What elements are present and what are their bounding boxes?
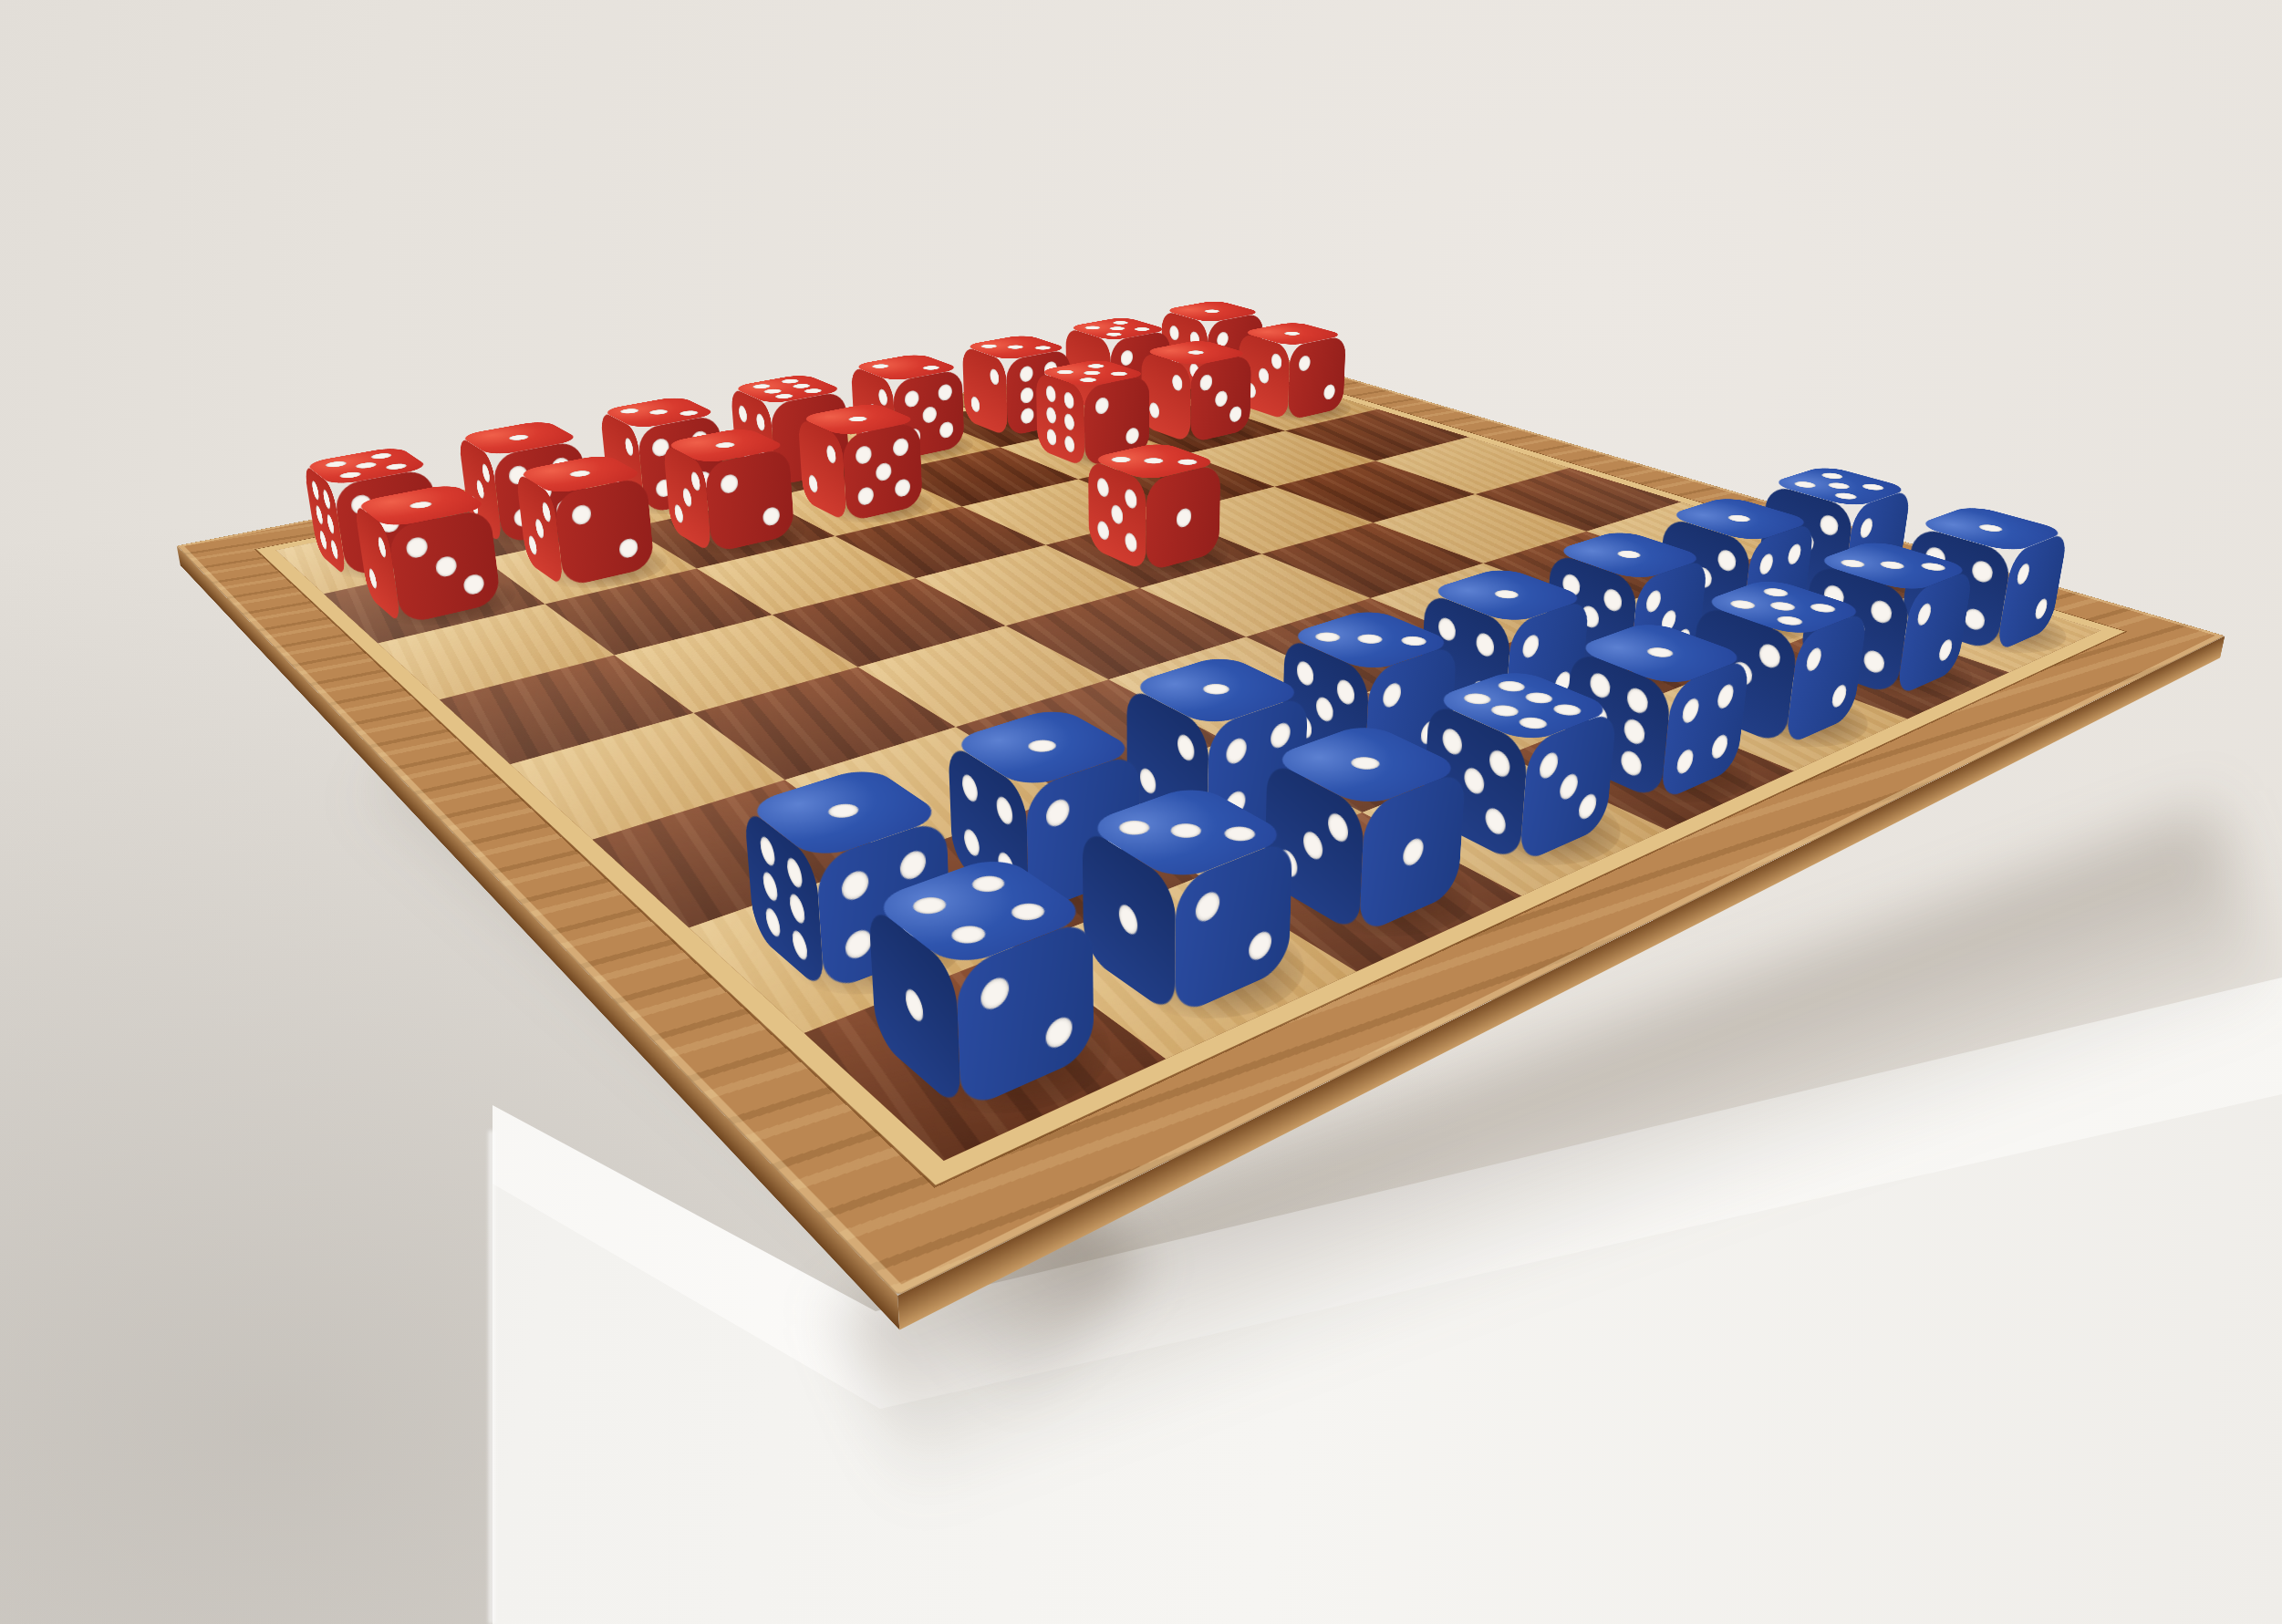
pip [1382, 681, 1401, 710]
pip [1353, 633, 1387, 646]
pip [1298, 355, 1310, 372]
pip [1970, 559, 1994, 585]
pip [377, 535, 387, 560]
pip [1806, 602, 1841, 614]
pip [904, 389, 918, 408]
pip [1824, 481, 1853, 490]
pip [1758, 641, 1780, 670]
pip [1916, 562, 1949, 573]
pip [1125, 427, 1138, 445]
pip [1053, 369, 1076, 375]
die-face-front [553, 476, 654, 587]
die-red-b7[interactable] [525, 542, 654, 588]
pip [963, 825, 980, 860]
pip [353, 461, 379, 470]
pip [1214, 389, 1227, 408]
pip [1314, 695, 1332, 725]
pip [1327, 810, 1348, 846]
pip [1046, 406, 1056, 425]
pip [1172, 374, 1182, 393]
pip [1270, 720, 1290, 751]
pip [875, 461, 891, 481]
pip [1044, 1013, 1071, 1052]
pip [1296, 658, 1313, 688]
pip [1484, 804, 1506, 838]
pip [571, 503, 592, 526]
pip [1032, 346, 1053, 351]
pip [1520, 690, 1557, 706]
pip [1097, 519, 1109, 542]
pip [1558, 771, 1578, 802]
pip [1345, 755, 1385, 772]
pip [1113, 818, 1155, 838]
pip [1005, 900, 1051, 924]
pip [995, 793, 1011, 829]
pip [405, 535, 429, 559]
pip [1020, 386, 1033, 404]
pip [1836, 558, 1868, 569]
pip [1603, 586, 1622, 614]
photo-of-dice-chess-installation: { "scene": { "description": "Gallery pho… [0, 0, 2282, 1624]
pip [1589, 669, 1611, 700]
pip [1976, 523, 2007, 533]
pip [2033, 596, 2048, 621]
pip [1862, 647, 1884, 675]
pip [1859, 517, 1873, 540]
pip [315, 503, 324, 526]
pip [1548, 702, 1586, 718]
pip [1108, 371, 1131, 377]
pip [673, 502, 683, 524]
pip [506, 434, 531, 441]
pip [1644, 588, 1661, 614]
pip [1675, 746, 1694, 775]
pip [1486, 703, 1524, 719]
pip [368, 566, 377, 591]
pip [677, 409, 700, 416]
pip [1096, 476, 1108, 499]
pip [1493, 679, 1530, 694]
pip [681, 487, 691, 510]
pip [1248, 927, 1271, 963]
die-red-c7[interactable] [670, 512, 794, 553]
pip [475, 479, 484, 501]
pip [808, 473, 818, 494]
pip [1937, 637, 1953, 663]
pip [1323, 383, 1335, 400]
pip [624, 437, 633, 458]
pip [1185, 350, 1207, 356]
pip [1459, 691, 1497, 707]
pip [323, 460, 348, 469]
pip [1004, 345, 1026, 350]
pip [738, 404, 747, 424]
pip [1805, 646, 1822, 674]
pip [322, 487, 331, 511]
pip [1169, 325, 1178, 342]
pip [1063, 412, 1074, 431]
pip [1620, 748, 1642, 779]
pedestal-corner-highlight [489, 1131, 498, 1624]
pip [1229, 405, 1241, 423]
pip [326, 512, 335, 536]
pip [1335, 677, 1354, 708]
pip [1140, 457, 1167, 465]
pip [841, 868, 869, 905]
pip [970, 395, 980, 413]
pip [368, 452, 394, 460]
pip [1462, 764, 1483, 798]
pip [1195, 888, 1219, 926]
pip [1758, 553, 1774, 577]
pip [980, 974, 1009, 1014]
pip [1106, 326, 1127, 330]
pip [877, 388, 887, 407]
pip [1758, 586, 1792, 598]
pip [945, 923, 991, 947]
pip [1790, 481, 1820, 489]
pip [1818, 471, 1846, 480]
pip [1165, 821, 1208, 841]
pip [1023, 738, 1062, 754]
pip [921, 405, 936, 423]
pip [1710, 732, 1728, 761]
pip [1772, 615, 1807, 627]
pip [647, 409, 670, 415]
pip [1045, 796, 1069, 830]
pip [1218, 823, 1260, 843]
pip [329, 538, 338, 562]
pip [1271, 352, 1281, 370]
pip [1125, 531, 1136, 553]
pip [1094, 397, 1108, 416]
pip [1302, 828, 1322, 864]
pip [855, 445, 871, 466]
pip [384, 462, 410, 471]
pip [892, 437, 908, 457]
pip [1876, 560, 1909, 571]
pip [1281, 331, 1303, 336]
pip [961, 771, 978, 806]
pip [337, 471, 364, 480]
die-red-g7[interactable] [1141, 413, 1250, 443]
pip [1395, 635, 1430, 647]
pip [541, 501, 551, 524]
pip [1226, 736, 1247, 767]
pip [567, 470, 594, 478]
pip [1786, 543, 1800, 566]
pip [791, 926, 807, 965]
pip [1310, 630, 1344, 643]
pip [1830, 682, 1846, 709]
pip [1202, 309, 1222, 314]
pip [1019, 365, 1032, 383]
pip [2016, 562, 2030, 586]
pip [788, 890, 804, 928]
pip [825, 444, 835, 466]
pip [1104, 332, 1125, 337]
pip [990, 367, 999, 386]
pip [801, 388, 825, 394]
pip [845, 416, 870, 423]
pip [978, 344, 1000, 349]
pip [1110, 320, 1131, 325]
pip [857, 486, 874, 507]
pip [1199, 374, 1212, 392]
pip [1490, 588, 1523, 600]
pip [1046, 428, 1056, 447]
pip [762, 868, 778, 905]
pip [1117, 900, 1136, 939]
pip [869, 363, 892, 368]
pip [527, 533, 537, 557]
pip [1258, 367, 1268, 386]
pip [433, 554, 456, 578]
pip [759, 832, 775, 869]
pip [904, 984, 923, 1027]
die-red-h7[interactable] [1238, 392, 1343, 420]
pip [1173, 458, 1199, 466]
pip [1716, 682, 1734, 711]
pip [1613, 549, 1645, 560]
pip [764, 904, 781, 941]
pip [1063, 390, 1074, 409]
pip [1082, 326, 1103, 330]
pip [1766, 600, 1800, 612]
pip [1084, 363, 1107, 368]
pip [1725, 598, 1758, 610]
pip [966, 873, 1011, 895]
pip [894, 478, 910, 498]
pip [1401, 834, 1423, 868]
pip [1724, 513, 1754, 522]
pip [1110, 503, 1122, 526]
pip [1441, 725, 1462, 758]
pip [755, 412, 764, 432]
pip [1132, 326, 1153, 331]
pip [1625, 685, 1648, 716]
pip [823, 802, 864, 821]
die-blue-a1[interactable] [875, 986, 1093, 1112]
pip [920, 365, 943, 370]
pip [1819, 513, 1839, 538]
pip [1521, 633, 1539, 660]
pip [712, 441, 738, 449]
pip [1869, 598, 1892, 626]
pip [1198, 682, 1234, 697]
pip [1538, 750, 1558, 781]
pip [1915, 602, 1931, 628]
pip [407, 501, 434, 510]
pip [1859, 482, 1888, 491]
pip [534, 517, 545, 541]
pip [762, 505, 780, 526]
pip [462, 573, 485, 596]
pip [1177, 731, 1194, 764]
pip [1577, 791, 1596, 822]
pip [617, 408, 641, 414]
pip [845, 926, 872, 961]
pip [1107, 456, 1134, 464]
die-red-e5[interactable] [1088, 528, 1219, 573]
pip [1125, 487, 1136, 510]
pip [1642, 646, 1677, 659]
pip [690, 470, 700, 492]
pip [1681, 696, 1699, 726]
pip [720, 473, 738, 495]
die-red-d7[interactable] [803, 484, 922, 522]
pip [907, 894, 951, 916]
pip [1081, 370, 1104, 376]
pip [310, 479, 319, 502]
pip [1488, 747, 1509, 781]
pip [617, 537, 638, 559]
pip [1149, 401, 1159, 419]
pip [1064, 435, 1074, 454]
pip [1020, 408, 1033, 426]
pip [898, 848, 925, 884]
pip [785, 853, 802, 892]
pip [1623, 717, 1645, 748]
pip [481, 462, 490, 484]
pip [1475, 631, 1494, 660]
pip [773, 393, 796, 399]
pip [1045, 384, 1055, 403]
pip [1717, 548, 1737, 574]
pip [939, 420, 953, 439]
pip [1514, 715, 1552, 731]
pip [318, 529, 327, 552]
pip [1139, 765, 1155, 797]
pip [938, 383, 952, 401]
pip [1120, 349, 1132, 367]
pip [1076, 377, 1099, 383]
pip [1831, 491, 1861, 501]
pip [1176, 506, 1190, 528]
